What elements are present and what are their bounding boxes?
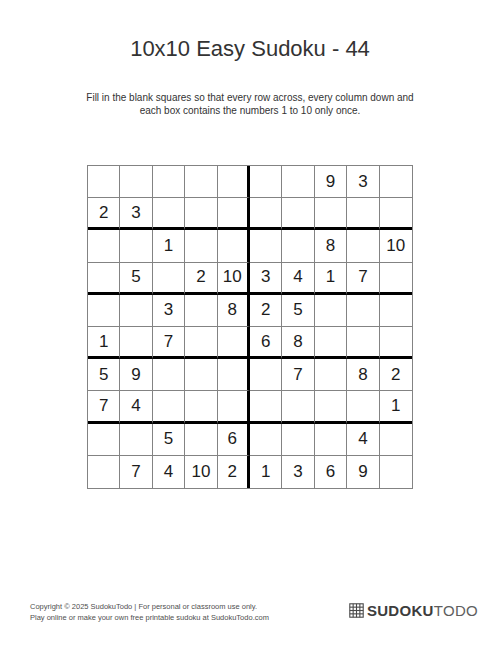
cell-r8-c9	[347, 391, 379, 423]
cell-r7-c7: 7	[282, 359, 314, 391]
cell-r7-c6	[250, 359, 282, 391]
cell-r7-c2: 9	[120, 359, 152, 391]
cell-r1-c4	[185, 166, 217, 198]
cell-r8-c7	[282, 391, 314, 423]
logo-text-sudoku: SUDOKU	[367, 602, 434, 619]
cell-r9-c5: 6	[218, 424, 250, 456]
cell-r4-c3	[153, 263, 185, 295]
cell-r7-c10: 2	[380, 359, 412, 391]
cell-r8-c5	[218, 391, 250, 423]
cell-r8-c1: 7	[88, 391, 120, 423]
cell-r6-c2	[120, 327, 152, 359]
cell-r2-c8	[315, 198, 347, 230]
cell-r6-c5	[218, 327, 250, 359]
cell-r9-c6	[250, 424, 282, 456]
cell-r9-c8	[315, 424, 347, 456]
cell-r5-c4	[185, 295, 217, 327]
cell-r7-c1: 5	[88, 359, 120, 391]
cell-r3-c7	[282, 230, 314, 262]
footer-copyright: Copyright © 2025 SudokuTodo | For person…	[30, 601, 269, 623]
cell-r4-c4: 2	[185, 263, 217, 295]
cell-r5-c3: 3	[153, 295, 185, 327]
cell-r10-c7: 3	[282, 456, 314, 488]
cell-r4-c5: 10	[218, 263, 250, 295]
cell-r3-c1	[88, 230, 120, 262]
cell-r2-c9	[347, 198, 379, 230]
cell-r1-c6	[250, 166, 282, 198]
cell-r3-c6	[250, 230, 282, 262]
cell-r7-c3	[153, 359, 185, 391]
cell-r8-c6	[250, 391, 282, 423]
logo-text-todo: TODO	[434, 602, 478, 619]
cell-r5-c8	[315, 295, 347, 327]
cell-r8-c4	[185, 391, 217, 423]
sudoku-grid: 9323181052103417382517685978274156474102…	[87, 165, 413, 489]
cell-r9-c4	[185, 424, 217, 456]
sudokutodo-logo: SUDOKU TODO	[349, 600, 478, 620]
cell-r1-c10	[380, 166, 412, 198]
cell-r6-c10	[380, 327, 412, 359]
cell-r6-c9	[347, 327, 379, 359]
cell-r9-c2	[120, 424, 152, 456]
cell-r5-c6: 2	[250, 295, 282, 327]
instructions-line-1: Fill in the blank squares so that every …	[0, 91, 500, 104]
cell-r5-c1	[88, 295, 120, 327]
cell-r9-c10	[380, 424, 412, 456]
cell-r10-c10	[380, 456, 412, 488]
cell-r1-c1	[88, 166, 120, 198]
cell-r8-c10: 1	[380, 391, 412, 423]
cell-r1-c2	[120, 166, 152, 198]
cell-r9-c3: 5	[153, 424, 185, 456]
cell-r10-c8: 6	[315, 456, 347, 488]
cell-r5-c10	[380, 295, 412, 327]
cell-r1-c7	[282, 166, 314, 198]
cell-r9-c7	[282, 424, 314, 456]
cell-r2-c5	[218, 198, 250, 230]
cell-r4-c9: 7	[347, 263, 379, 295]
cell-r2-c7	[282, 198, 314, 230]
cell-r10-c2: 7	[120, 456, 152, 488]
cell-r5-c7: 5	[282, 295, 314, 327]
instructions: Fill in the blank squares so that every …	[0, 91, 500, 117]
cell-r8-c3	[153, 391, 185, 423]
sudoku-grid-icon	[349, 603, 364, 618]
cell-r4-c6: 3	[250, 263, 282, 295]
cell-r6-c6: 6	[250, 327, 282, 359]
cell-r10-c6: 1	[250, 456, 282, 488]
cell-r3-c5	[218, 230, 250, 262]
copyright-line-1: Copyright © 2025 SudokuTodo | For person…	[30, 601, 269, 612]
cell-r10-c1	[88, 456, 120, 488]
cell-r1-c8: 9	[315, 166, 347, 198]
cell-r8-c2: 4	[120, 391, 152, 423]
cell-r2-c3	[153, 198, 185, 230]
cell-r6-c7: 8	[282, 327, 314, 359]
cell-r6-c4	[185, 327, 217, 359]
cell-r3-c3: 1	[153, 230, 185, 262]
cell-r1-c9: 3	[347, 166, 379, 198]
cell-r1-c5	[218, 166, 250, 198]
cell-r4-c2: 5	[120, 263, 152, 295]
cell-r9-c9: 4	[347, 424, 379, 456]
cell-r4-c7: 4	[282, 263, 314, 295]
cell-r3-c4	[185, 230, 217, 262]
instructions-line-2: each box contains the numbers 1 to 10 on…	[0, 104, 500, 117]
cell-r6-c3: 7	[153, 327, 185, 359]
cell-r2-c6	[250, 198, 282, 230]
cell-r7-c4	[185, 359, 217, 391]
cell-r4-c8: 1	[315, 263, 347, 295]
cell-r10-c4: 10	[185, 456, 217, 488]
copyright-line-2: Play online or make your own free printa…	[30, 612, 269, 623]
cell-r1-c3	[153, 166, 185, 198]
cell-r3-c2	[120, 230, 152, 262]
cell-r2-c2: 3	[120, 198, 152, 230]
cell-r3-c9	[347, 230, 379, 262]
cell-r7-c9: 8	[347, 359, 379, 391]
cell-r10-c9: 9	[347, 456, 379, 488]
cell-r5-c9	[347, 295, 379, 327]
cell-r4-c10	[380, 263, 412, 295]
page-title: 10x10 Easy Sudoku - 44	[0, 36, 500, 62]
cell-r10-c5: 2	[218, 456, 250, 488]
cell-r2-c4	[185, 198, 217, 230]
cell-r5-c2	[120, 295, 152, 327]
cell-r3-c8: 8	[315, 230, 347, 262]
cell-r2-c10	[380, 198, 412, 230]
cell-r6-c1: 1	[88, 327, 120, 359]
cell-r9-c1	[88, 424, 120, 456]
cell-r7-c5	[218, 359, 250, 391]
cell-r4-c1	[88, 263, 120, 295]
cell-r3-c10: 10	[380, 230, 412, 262]
cell-r2-c1: 2	[88, 198, 120, 230]
printable-sudoku-page: 10x10 Easy Sudoku - 44 Fill in the blank…	[0, 0, 500, 647]
cell-r5-c5: 8	[218, 295, 250, 327]
cell-r7-c8	[315, 359, 347, 391]
cell-r10-c3: 4	[153, 456, 185, 488]
cell-r6-c8	[315, 327, 347, 359]
cell-r8-c8	[315, 391, 347, 423]
